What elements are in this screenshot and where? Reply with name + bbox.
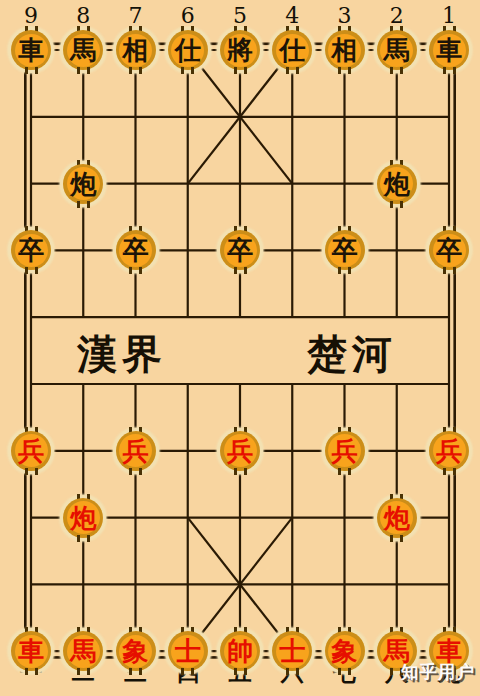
piece-red-soldier[interactable]: 兵 bbox=[217, 428, 263, 474]
piece-face: 炮 bbox=[380, 501, 413, 534]
file-label-top-9: 9 bbox=[9, 2, 53, 30]
piece-black-chariot[interactable]: 車 bbox=[8, 27, 54, 73]
piece-red-elephant[interactable]: 象 bbox=[322, 628, 368, 674]
piece-black-cannon[interactable]: 炮 bbox=[60, 161, 106, 207]
piece-face: 卒 bbox=[433, 234, 466, 267]
piece-red-advisor[interactable]: 士 bbox=[165, 628, 211, 674]
piece-face: 卒 bbox=[328, 234, 361, 267]
piece-glyph: 象 bbox=[123, 638, 149, 664]
piece-glyph: 仕 bbox=[175, 37, 201, 63]
file-label-top-4: 4 bbox=[270, 2, 314, 30]
piece-glyph: 炮 bbox=[384, 505, 410, 531]
file-label-top-1: 1 bbox=[427, 2, 471, 30]
piece-glyph: 炮 bbox=[70, 171, 96, 197]
piece-face: 相 bbox=[119, 34, 152, 67]
xiangqi-board-diagram: 987654321 一二三四五六七八九 漢界 楚河 車馬相仕將仕相馬車炮炮卒卒卒… bbox=[0, 0, 480, 696]
piece-glyph: 炮 bbox=[70, 505, 96, 531]
piece-face: 卒 bbox=[15, 234, 48, 267]
file-label-top-3: 3 bbox=[323, 2, 367, 30]
piece-black-elephant[interactable]: 相 bbox=[322, 27, 368, 73]
watermark: 知乎用户 bbox=[401, 660, 475, 684]
piece-glyph: 兵 bbox=[227, 438, 253, 464]
piece-face: 象 bbox=[328, 635, 361, 668]
piece-glyph: 卒 bbox=[227, 237, 253, 263]
piece-glyph: 將 bbox=[227, 37, 253, 63]
piece-glyph: 卒 bbox=[123, 237, 149, 263]
piece-black-horse[interactable]: 馬 bbox=[60, 27, 106, 73]
piece-face: 卒 bbox=[119, 234, 152, 267]
river-text-right: 楚河 bbox=[267, 327, 437, 382]
piece-face: 士 bbox=[276, 635, 309, 668]
piece-black-soldier[interactable]: 卒 bbox=[113, 227, 159, 273]
piece-glyph: 車 bbox=[18, 37, 44, 63]
piece-glyph: 馬 bbox=[70, 638, 96, 664]
piece-red-soldier[interactable]: 兵 bbox=[8, 428, 54, 474]
piece-face: 象 bbox=[119, 635, 152, 668]
piece-face: 炮 bbox=[67, 167, 100, 200]
piece-glyph: 馬 bbox=[70, 37, 96, 63]
file-label-top-6: 6 bbox=[166, 2, 210, 30]
piece-glyph: 相 bbox=[332, 37, 358, 63]
piece-red-soldier[interactable]: 兵 bbox=[426, 428, 472, 474]
piece-glyph: 卒 bbox=[18, 237, 44, 263]
piece-black-advisor[interactable]: 仕 bbox=[269, 27, 315, 73]
piece-black-advisor[interactable]: 仕 bbox=[165, 27, 211, 73]
piece-glyph: 車 bbox=[436, 37, 462, 63]
piece-glyph: 士 bbox=[279, 638, 305, 664]
piece-black-cannon[interactable]: 炮 bbox=[374, 161, 420, 207]
piece-red-cannon[interactable]: 炮 bbox=[60, 495, 106, 541]
piece-face: 士 bbox=[171, 635, 204, 668]
river-text-left: 漢界 bbox=[37, 327, 207, 382]
piece-black-general[interactable]: 將 bbox=[217, 27, 263, 73]
piece-face: 相 bbox=[328, 34, 361, 67]
piece-face: 仕 bbox=[171, 34, 204, 67]
piece-face: 將 bbox=[224, 34, 257, 67]
file-label-top-5: 5 bbox=[218, 2, 262, 30]
piece-black-elephant[interactable]: 相 bbox=[113, 27, 159, 73]
piece-glyph: 兵 bbox=[123, 438, 149, 464]
piece-glyph: 炮 bbox=[384, 171, 410, 197]
piece-black-horse[interactable]: 馬 bbox=[374, 27, 420, 73]
piece-face: 車 bbox=[15, 635, 48, 668]
piece-black-soldier[interactable]: 卒 bbox=[322, 227, 368, 273]
piece-glyph: 相 bbox=[123, 37, 149, 63]
piece-black-chariot[interactable]: 車 bbox=[426, 27, 472, 73]
piece-glyph: 兵 bbox=[18, 438, 44, 464]
piece-face: 炮 bbox=[380, 167, 413, 200]
piece-glyph: 象 bbox=[332, 638, 358, 664]
piece-red-chariot[interactable]: 車 bbox=[8, 628, 54, 674]
piece-face: 馬 bbox=[380, 34, 413, 67]
piece-glyph: 士 bbox=[175, 638, 201, 664]
piece-glyph: 仕 bbox=[279, 37, 305, 63]
piece-face: 馬 bbox=[67, 635, 100, 668]
piece-red-general[interactable]: 帥 bbox=[217, 628, 263, 674]
piece-face: 馬 bbox=[67, 34, 100, 67]
file-label-top-8: 8 bbox=[61, 2, 105, 30]
file-label-top-2: 2 bbox=[375, 2, 419, 30]
piece-face: 卒 bbox=[224, 234, 257, 267]
piece-red-elephant[interactable]: 象 bbox=[113, 628, 159, 674]
piece-glyph: 車 bbox=[18, 638, 44, 664]
piece-glyph: 卒 bbox=[436, 237, 462, 263]
piece-glyph: 馬 bbox=[384, 37, 410, 63]
piece-face: 兵 bbox=[119, 434, 152, 467]
piece-face: 車 bbox=[433, 34, 466, 67]
piece-face: 兵 bbox=[224, 434, 257, 467]
piece-red-soldier[interactable]: 兵 bbox=[113, 428, 159, 474]
piece-face: 仕 bbox=[276, 34, 309, 67]
piece-red-soldier[interactable]: 兵 bbox=[322, 428, 368, 474]
piece-glyph: 兵 bbox=[332, 438, 358, 464]
piece-glyph: 兵 bbox=[436, 438, 462, 464]
piece-red-cannon[interactable]: 炮 bbox=[374, 495, 420, 541]
piece-face: 兵 bbox=[328, 434, 361, 467]
piece-face: 兵 bbox=[433, 434, 466, 467]
piece-face: 車 bbox=[15, 34, 48, 67]
piece-face: 帥 bbox=[224, 635, 257, 668]
piece-face: 兵 bbox=[15, 434, 48, 467]
piece-glyph: 帥 bbox=[227, 638, 253, 664]
file-label-top-7: 7 bbox=[114, 2, 158, 30]
piece-glyph: 卒 bbox=[332, 237, 358, 263]
piece-face: 炮 bbox=[67, 501, 100, 534]
